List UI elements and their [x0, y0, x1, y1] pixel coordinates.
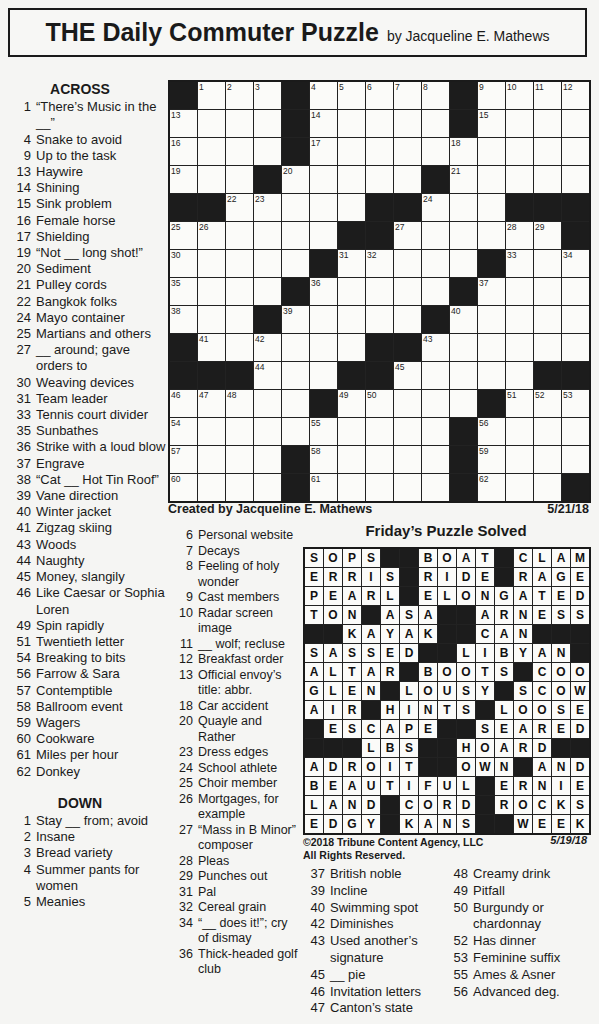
grid-cell-r9c6[interactable]: [338, 334, 365, 361]
grid-cell-r3c8[interactable]: [394, 166, 421, 193]
grid-cell-r6c8[interactable]: [394, 250, 421, 277]
grid-cell-r6c14[interactable]: 34: [562, 250, 589, 277]
clue-37: 37Engrave: [10, 456, 166, 472]
solution-letter: D: [533, 739, 551, 757]
solution-letter: T: [476, 663, 494, 681]
solution-letter: A: [533, 644, 551, 662]
grid-cell-r12c7[interactable]: [366, 418, 393, 445]
grid-cell-r9c13[interactable]: [534, 334, 561, 361]
grid-cell-r1c6[interactable]: [338, 110, 365, 137]
cell-number: 16: [171, 138, 180, 148]
puzzle-date: 5/21/18: [547, 502, 589, 516]
solution-letter: T: [305, 606, 323, 624]
solution-cell-r2c14: D: [571, 587, 589, 605]
clue-number: 50: [447, 900, 468, 917]
grid-cell-r2c8[interactable]: [394, 138, 421, 165]
clue-40: 40Swimming spot: [304, 900, 446, 917]
grid-cell-r13c8[interactable]: [394, 446, 421, 473]
grid-cell-r3c2[interactable]: [226, 166, 253, 193]
grid-cell-r4c4[interactable]: [282, 194, 309, 221]
grid-cell-r11c4[interactable]: [282, 390, 309, 417]
cell-number: 28: [507, 222, 516, 232]
grid-cell-r5c1[interactable]: 26: [198, 222, 225, 249]
grid-cell-r14c9[interactable]: [422, 474, 449, 501]
grid-cell-r9c1[interactable]: 41: [198, 334, 225, 361]
solution-cell-r0c13: A: [552, 549, 570, 567]
grid-cell-r5c0[interactable]: 25: [170, 222, 197, 249]
grid-cell-r5c11[interactable]: [478, 222, 505, 249]
grid-cell-r1c3[interactable]: [254, 110, 281, 137]
grid-cell-r14c8[interactable]: [394, 474, 421, 501]
black-square-r13c10: [450, 446, 477, 473]
clue-number: 46: [10, 585, 31, 601]
grid-cell-r3c13[interactable]: [534, 166, 561, 193]
grid-cell-r4c5[interactable]: [310, 194, 337, 221]
grid-cell-r8c14[interactable]: [562, 306, 589, 333]
clue-number: 25: [172, 776, 193, 792]
grid-cell-r1c0[interactable]: 13: [170, 110, 197, 137]
clue-number: 51: [10, 634, 31, 650]
grid-cell-r11c13[interactable]: 52: [534, 390, 561, 417]
clue-number: 49: [447, 883, 468, 900]
solution-letter: B: [381, 739, 399, 757]
grid-cell-r11c6[interactable]: 49: [338, 390, 365, 417]
grid-cell-r5c12[interactable]: 28: [506, 222, 533, 249]
grid-cell-r1c1[interactable]: [198, 110, 225, 137]
cell-number: 34: [563, 250, 572, 260]
grid-cell-r7c11[interactable]: 37: [478, 278, 505, 305]
grid-cell-r7c3[interactable]: [254, 278, 281, 305]
clue-number: 54: [10, 650, 31, 666]
grid-cell-r6c9[interactable]: [422, 250, 449, 277]
cell-number: 15: [479, 110, 488, 120]
grid-cell-r2c10[interactable]: 18: [450, 138, 477, 165]
solution-letter: R: [362, 587, 380, 605]
grid-cell-r9c11[interactable]: [478, 334, 505, 361]
grid-cell-r0c1[interactable]: 1: [198, 82, 225, 109]
grid-cell-r14c13[interactable]: [534, 474, 561, 501]
clue-text: Breakfast order: [193, 652, 283, 668]
solution-letter: S: [343, 720, 361, 738]
cell-number: 39: [283, 306, 292, 316]
solution-cell-r0c7: O: [438, 549, 456, 567]
grid-cell-r12c3[interactable]: [254, 418, 281, 445]
solution-letter: L: [495, 701, 513, 719]
solution-cell-r13c3: D: [362, 796, 380, 814]
black-square-r6c5: [310, 250, 337, 277]
grid-cell-r11c2[interactable]: 48: [226, 390, 253, 417]
grid-cell-r2c12[interactable]: [506, 138, 533, 165]
solution-letter: Y: [381, 625, 399, 643]
grid-cell-r11c0[interactable]: 46: [170, 390, 197, 417]
clue-text: Personal website: [193, 528, 293, 544]
grid-cell-r2c5[interactable]: 17: [310, 138, 337, 165]
grid-cell-r12c11[interactable]: 56: [478, 418, 505, 445]
grid-cell-r12c2[interactable]: [226, 418, 253, 445]
black-square-r9c8: [394, 334, 421, 361]
clue-number: 20: [10, 261, 31, 277]
grid-cell-r7c5[interactable]: 36: [310, 278, 337, 305]
solution-letter: R: [514, 739, 532, 757]
solution-letter: N: [438, 815, 456, 833]
grid-cell-r8c5[interactable]: [310, 306, 337, 333]
clue-number: 2: [10, 829, 31, 845]
grid-cell-r9c3[interactable]: 42: [254, 334, 281, 361]
grid-cell-r14c0[interactable]: 60: [170, 474, 197, 501]
solution-cell-r8c14: E: [571, 701, 589, 719]
grid-cell-r4c11[interactable]: [478, 194, 505, 221]
grid-cell-r12c8[interactable]: [394, 418, 421, 445]
grid-cell-r6c2[interactable]: [226, 250, 253, 277]
solution-letter: E: [552, 720, 570, 738]
clue-62: 62Donkey: [10, 764, 166, 780]
clue-34: 34“__ does it!”; cry of dismay: [172, 916, 300, 947]
grid-cell-r0c14[interactable]: 12: [562, 82, 589, 109]
black-square-r0c0: [170, 82, 197, 109]
grid-cell-r13c1[interactable]: [198, 446, 225, 473]
grid-cell-r13c9[interactable]: [422, 446, 449, 473]
grid-cell-r9c2[interactable]: [226, 334, 253, 361]
clue-text: Ames & Asner: [468, 967, 555, 984]
grid-cell-r11c1[interactable]: 47: [198, 390, 225, 417]
solution-black-square-r4c14: [571, 625, 589, 643]
grid-cell-r2c13[interactable]: [534, 138, 561, 165]
clue-number: 45: [10, 569, 31, 585]
grid-cell-r11c12[interactable]: 51: [506, 390, 533, 417]
solution-letter: O: [419, 796, 437, 814]
clue-text: Choir member: [193, 776, 277, 792]
grid-cell-r8c2[interactable]: [226, 306, 253, 333]
grid-cell-r8c0[interactable]: 38: [170, 306, 197, 333]
solution-cell-r3c12: E: [533, 606, 551, 624]
grid-cell-r13c13[interactable]: [534, 446, 561, 473]
black-square-r10c2: [226, 362, 253, 389]
cell-number: 25: [171, 222, 180, 232]
grid-cell-r1c8[interactable]: [394, 110, 421, 137]
grid-cell-r13c2[interactable]: [226, 446, 253, 473]
black-square-r4c14: [562, 194, 589, 221]
solution-letter: G: [305, 682, 323, 700]
grid-cell-r9c14[interactable]: [562, 334, 589, 361]
clue-number: 36: [10, 439, 31, 455]
black-square-r2c4: [282, 138, 309, 165]
grid-cell-r6c10[interactable]: [450, 250, 477, 277]
solution-cell-r7c2: E: [343, 682, 361, 700]
grid-cell-r2c1[interactable]: [198, 138, 225, 165]
grid-cell-r14c6[interactable]: [338, 474, 365, 501]
clue-number: 20: [172, 714, 193, 730]
solution-cell-r10c4: B: [381, 739, 399, 757]
grid-cell-r0c6[interactable]: 5: [338, 82, 365, 109]
grid-cell-r2c14[interactable]: [562, 138, 589, 165]
grid-cell-r5c2[interactable]: [226, 222, 253, 249]
grid-cell-r13c6[interactable]: [338, 446, 365, 473]
grid-cell-r1c11[interactable]: 15: [478, 110, 505, 137]
solution-cell-r7c1: L: [324, 682, 342, 700]
grid-cell-r5c5[interactable]: [310, 222, 337, 249]
grid-cell-r7c6[interactable]: [338, 278, 365, 305]
grid-cell-r2c11[interactable]: [478, 138, 505, 165]
cell-number: 2: [227, 82, 232, 92]
grid-cell-r6c13[interactable]: [534, 250, 561, 277]
grid-cell-r3c12[interactable]: [506, 166, 533, 193]
solution-cell-r8c11: O: [514, 701, 532, 719]
clue-number: 5: [10, 894, 31, 910]
grid-cell-r0c7[interactable]: 6: [366, 82, 393, 109]
clue-57: 57Contemptible: [10, 683, 166, 699]
black-square-r10c14: [562, 362, 589, 389]
grid-cell-r10c12[interactable]: [506, 362, 533, 389]
grid-cell-r12c5[interactable]: 55: [310, 418, 337, 445]
grid-cell-r6c4[interactable]: [282, 250, 309, 277]
clue-36: 36Strike with a loud blow: [10, 439, 166, 455]
grid-cell-r9c4[interactable]: [282, 334, 309, 361]
grid-cell-r10c11[interactable]: [478, 362, 505, 389]
grid-cell-r14c11[interactable]: 62: [478, 474, 505, 501]
grid-cell-r0c13[interactable]: 11: [534, 82, 561, 109]
grid-cell-r2c9[interactable]: [422, 138, 449, 165]
grid-cell-r12c0[interactable]: 54: [170, 418, 197, 445]
grid-cell-r0c5[interactable]: 4: [310, 82, 337, 109]
grid-cell-r12c13[interactable]: [534, 418, 561, 445]
clue-19: 19“Not __ long shot!”: [10, 245, 166, 261]
grid-cell-r8c6[interactable]: [338, 306, 365, 333]
grid-cell-r8c13[interactable]: [534, 306, 561, 333]
black-square-r9c7: [366, 334, 393, 361]
grid-cell-r5c3[interactable]: [254, 222, 281, 249]
grid-cell-r9c5[interactable]: [310, 334, 337, 361]
grid-cell-r1c2[interactable]: [226, 110, 253, 137]
grid-cell-r6c0[interactable]: 30: [170, 250, 197, 277]
grid-cell-r12c4[interactable]: [282, 418, 309, 445]
clue-27: 27__ around; gave orders to: [10, 342, 166, 374]
grid-cell-r7c0[interactable]: 35: [170, 278, 197, 305]
grid-cell-r3c7[interactable]: [366, 166, 393, 193]
solution-letter: G: [552, 568, 570, 586]
clue-4: 4Snake to avoid: [10, 132, 166, 148]
grid-cell-r14c3[interactable]: [254, 474, 281, 501]
solution-cell-r11c9: W: [476, 758, 494, 776]
down-clue-list-1: 1Stay __ from; avoid2Insane3Bread variet…: [10, 813, 166, 910]
grid-cell-r12c9[interactable]: [422, 418, 449, 445]
solution-letter: E: [324, 587, 342, 605]
solution-cell-r7c8: S: [457, 682, 475, 700]
solution-cell-r4c11: N: [514, 625, 532, 643]
grid-cell-r12c12[interactable]: [506, 418, 533, 445]
grid-cell-r11c7[interactable]: 50: [366, 390, 393, 417]
grid-cell-r9c12[interactable]: [506, 334, 533, 361]
clue-text: Cast members: [193, 590, 279, 606]
grid-cell-r13c3[interactable]: [254, 446, 281, 473]
clue-text: Used another’s signature: [325, 933, 446, 967]
grid-cell-r8c10[interactable]: 40: [450, 306, 477, 333]
grid-cell-r8c7[interactable]: [366, 306, 393, 333]
grid-cell-r2c3[interactable]: [254, 138, 281, 165]
solution-cell-r13c14: S: [571, 796, 589, 814]
grid-cell-r14c5[interactable]: 61: [310, 474, 337, 501]
clue-text: Punches out: [193, 869, 268, 885]
grid-cell-r5c4[interactable]: [282, 222, 309, 249]
grid-cell-r8c1[interactable]: [198, 306, 225, 333]
solution-letter: A: [514, 587, 532, 605]
grid-cell-r7c2[interactable]: [226, 278, 253, 305]
grid-cell-r1c5[interactable]: 14: [310, 110, 337, 137]
grid-cell-r14c1[interactable]: [198, 474, 225, 501]
solution-cell-r10c12: D: [533, 739, 551, 757]
solution-cell-r9c9: S: [476, 720, 494, 738]
grid-cell-r3c0[interactable]: 19: [170, 166, 197, 193]
grid-cell-r13c11[interactable]: 59: [478, 446, 505, 473]
grid-cell-r11c14[interactable]: 53: [562, 390, 589, 417]
grid-cell-r7c14[interactable]: [562, 278, 589, 305]
solution-letter: E: [476, 568, 494, 586]
cell-number: 24: [423, 194, 432, 204]
grid-cell-r0c11[interactable]: 9: [478, 82, 505, 109]
solution-letter: S: [305, 644, 323, 662]
grid-cell-r8c11[interactable]: [478, 306, 505, 333]
grid-cell-r3c1[interactable]: [198, 166, 225, 193]
grid-cell-r1c14[interactable]: [562, 110, 589, 137]
clue-37: 37British noble: [304, 866, 446, 883]
grid-cell-r6c3[interactable]: [254, 250, 281, 277]
solution-black-square-r11c7: [438, 758, 456, 776]
solution-black-square-r11c11: [514, 758, 532, 776]
clue-number: 29: [172, 869, 193, 885]
grid-cell-r5c9[interactable]: [422, 222, 449, 249]
grid-cell-r13c14[interactable]: [562, 446, 589, 473]
grid-cell-r9c9[interactable]: 43: [422, 334, 449, 361]
grid-cell-r7c13[interactable]: [534, 278, 561, 305]
grid-cell-r3c11[interactable]: [478, 166, 505, 193]
cell-number: 48: [227, 390, 236, 400]
clue-number: 13: [10, 164, 31, 180]
grid-cell-r0c8[interactable]: 7: [394, 82, 421, 109]
grid-cell-r10c8[interactable]: 45: [394, 362, 421, 389]
grid-cell-r7c8[interactable]: [394, 278, 421, 305]
solution-letter: B: [419, 549, 437, 567]
grid-cell-r5c8[interactable]: 27: [394, 222, 421, 249]
grid-cell-r1c7[interactable]: [366, 110, 393, 137]
grid-cell-r8c8[interactable]: [394, 306, 421, 333]
solution-cell-r8c2: R: [343, 701, 361, 719]
solution-black-square-r4c8: [457, 625, 475, 643]
grid-cell-r8c12[interactable]: [506, 306, 533, 333]
grid-cell-r9c10[interactable]: [450, 334, 477, 361]
grid-cell-r10c3[interactable]: 44: [254, 362, 281, 389]
grid-cell-r2c6[interactable]: [338, 138, 365, 165]
grid-cell-r13c5[interactable]: 58: [310, 446, 337, 473]
grid-cell-r2c7[interactable]: [366, 138, 393, 165]
solution-cell-r10c10: A: [495, 739, 513, 757]
grid-cell-r6c7[interactable]: 32: [366, 250, 393, 277]
grid-cell-r10c10[interactable]: [450, 362, 477, 389]
grid-cell-r3c5[interactable]: [310, 166, 337, 193]
solution-letter: E: [552, 815, 570, 833]
solution-letter: A: [381, 720, 399, 738]
clue-number: 15: [10, 196, 31, 212]
grid-cell-r4c2[interactable]: 22: [226, 194, 253, 221]
grid-cell-r4c10[interactable]: [450, 194, 477, 221]
grid-cell-r7c9[interactable]: [422, 278, 449, 305]
grid-cell-r12c1[interactable]: [198, 418, 225, 445]
grid-cell-r6c6[interactable]: 31: [338, 250, 365, 277]
grid-cell-r0c2[interactable]: 2: [226, 82, 253, 109]
clue-number: 38: [10, 472, 31, 488]
solution-cell-r11c5: T: [400, 758, 418, 776]
grid-cell-r3c10[interactable]: 21: [450, 166, 477, 193]
grid-cell-r6c12[interactable]: 33: [506, 250, 533, 277]
solution-cell-r2c0: P: [305, 587, 323, 605]
grid-cell-r13c7[interactable]: [366, 446, 393, 473]
grid-cell-r11c3[interactable]: [254, 390, 281, 417]
black-square-r1c4: [282, 110, 309, 137]
grid-cell-r7c12[interactable]: [506, 278, 533, 305]
grid-cell-r3c14[interactable]: [562, 166, 589, 193]
grid-cell-r8c4[interactable]: 39: [282, 306, 309, 333]
grid-cell-r12c14[interactable]: [562, 418, 589, 445]
grid-cell-r7c1[interactable]: [198, 278, 225, 305]
clue-text: __ wolf; recluse: [193, 637, 285, 653]
grid-cell-r4c6[interactable]: [338, 194, 365, 221]
grid-cell-r5c10[interactable]: [450, 222, 477, 249]
grid-cell-r10c5[interactable]: [310, 362, 337, 389]
grid-cell-r11c10[interactable]: [450, 390, 477, 417]
grid-cell-r3c4[interactable]: 20: [282, 166, 309, 193]
clue-text: Insane: [31, 829, 75, 845]
solution-letter: L: [400, 682, 418, 700]
grid-cell-r14c7[interactable]: [366, 474, 393, 501]
grid-cell-r1c12[interactable]: [506, 110, 533, 137]
grid-cell-r13c12[interactable]: [506, 446, 533, 473]
grid-cell-r0c12[interactable]: 10: [506, 82, 533, 109]
clue-number: 39: [304, 883, 325, 900]
grid-cell-r0c9[interactable]: 8: [422, 82, 449, 109]
solution-cell-r10c9: O: [476, 739, 494, 757]
solution-letter: P: [305, 587, 323, 605]
grid-cell-r11c8[interactable]: [394, 390, 421, 417]
grid-cell-r10c9[interactable]: [422, 362, 449, 389]
grid-cell-r1c9[interactable]: [422, 110, 449, 137]
grid-cell-r11c9[interactable]: [422, 390, 449, 417]
clue-text: Quayle and Rather: [193, 714, 300, 745]
black-square-r10c6: [338, 362, 365, 389]
grid-cell-r2c0[interactable]: 16: [170, 138, 197, 165]
down-heading: DOWN: [10, 795, 150, 811]
grid-cell-r1c13[interactable]: [534, 110, 561, 137]
grid-cell-r0c3[interactable]: 3: [254, 82, 281, 109]
clue-42: 42Diminishes: [304, 916, 446, 933]
grid-cell-r4c3[interactable]: 23: [254, 194, 281, 221]
clue-number: 60: [10, 731, 31, 747]
grid-cell-r14c12[interactable]: [506, 474, 533, 501]
grid-cell-r12c6[interactable]: [338, 418, 365, 445]
grid-cell-r4c9[interactable]: 24: [422, 194, 449, 221]
grid-cell-r3c6[interactable]: [338, 166, 365, 193]
grid-cell-r7c7[interactable]: [366, 278, 393, 305]
grid-cell-r14c2[interactable]: [226, 474, 253, 501]
grid-cell-r10c4[interactable]: [282, 362, 309, 389]
clue-text: School athlete: [193, 761, 277, 777]
grid-cell-r13c0[interactable]: 57: [170, 446, 197, 473]
cell-number: 23: [255, 194, 264, 204]
clue-text: “Mass in B Minor” composer: [193, 823, 300, 854]
clue-text: Miles per hour: [31, 747, 118, 763]
grid-cell-r2c2[interactable]: [226, 138, 253, 165]
grid-cell-r5c13[interactable]: 29: [534, 222, 561, 249]
grid-cell-r6c1[interactable]: [198, 250, 225, 277]
clue-3: 3Bread variety: [10, 845, 166, 861]
solution-letter: K: [400, 815, 418, 833]
